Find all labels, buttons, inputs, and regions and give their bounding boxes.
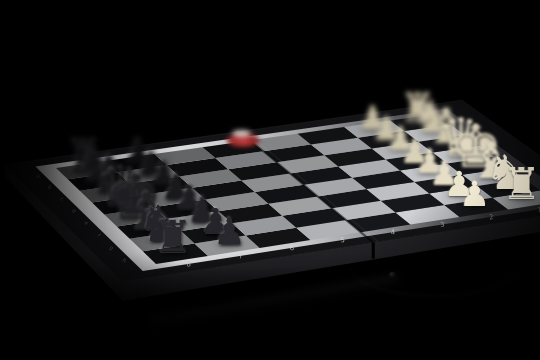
chess-board: 8h7g6f5e4d3c2b1a — [0, 0, 540, 360]
red-accessory — [226, 133, 260, 147]
photo-scene: 8h7g6f5e4d3c2b1a ♜♞♝♛♚♝♞♜♟♟♟♟♟♟♟♟♟♟♟♟♟♟♟… — [0, 0, 540, 360]
board-clasp — [389, 272, 396, 278]
red-accessory-glint — [232, 130, 251, 137]
